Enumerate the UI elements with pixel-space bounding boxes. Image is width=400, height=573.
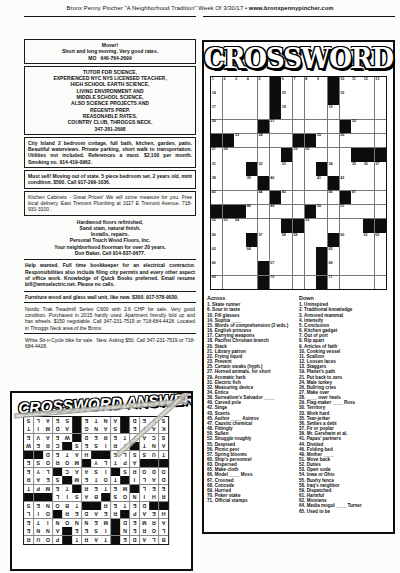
- grid-cell[interactable]: 18: [281, 105, 292, 119]
- grid-cell[interactable]: 40: [270, 176, 281, 190]
- grid-cell[interactable]: [246, 91, 257, 105]
- answer-cell: S: [24, 502, 33, 510]
- black-cell: [375, 148, 386, 162]
- answer-black-cell: [101, 451, 110, 459]
- grid-cell[interactable]: [270, 233, 281, 247]
- grid-cell[interactable]: [351, 105, 362, 119]
- grid-cell[interactable]: [316, 191, 327, 205]
- answer-cell: L: [101, 460, 110, 468]
- cell-number: 64: [247, 247, 251, 252]
- down-clues: Down 1. Uninspired2. Traditional knowled…: [293, 294, 390, 513]
- grid-cell[interactable]: 30: [305, 148, 316, 162]
- black-cell: [316, 276, 327, 290]
- grid-cell[interactable]: [281, 276, 292, 290]
- grid-cell[interactable]: [270, 134, 281, 148]
- answer-cell: E: [24, 460, 33, 468]
- cell-number: 9: [317, 77, 319, 82]
- grid-cell[interactable]: [305, 105, 316, 119]
- answer-cell: P: [53, 536, 62, 544]
- answer-black-cell: [63, 443, 72, 451]
- grid-cell[interactable]: 32: [258, 162, 269, 176]
- grid-cell[interactable]: [351, 176, 362, 190]
- classified-ad: City Island 2 bedroom cottage, full bath…: [24, 137, 196, 168]
- answer-cell: N: [82, 519, 91, 527]
- grid-cell[interactable]: [340, 276, 351, 290]
- grid-cell[interactable]: [258, 148, 269, 162]
- grid-cell[interactable]: [293, 162, 304, 176]
- grid-cell[interactable]: 1: [211, 77, 222, 91]
- answer-cell: E: [82, 528, 91, 536]
- grid-cell[interactable]: [363, 91, 374, 105]
- black-cell: [293, 219, 304, 233]
- grid-cell[interactable]: 44: [258, 191, 269, 205]
- grid-cell[interactable]: [281, 176, 292, 190]
- classified-ad: White Sit-n-Cycle bike for sale. New. As…: [24, 336, 196, 351]
- grid-cell[interactable]: [316, 219, 327, 233]
- grid-cell[interactable]: [375, 105, 386, 119]
- grid-cell[interactable]: [246, 105, 257, 119]
- answer-black-cell: [63, 536, 72, 544]
- answer-cell: H: [159, 511, 168, 519]
- grid-cell[interactable]: [363, 247, 374, 261]
- answer-cell: T: [72, 536, 81, 544]
- black-cell: [328, 77, 339, 91]
- grid-cell[interactable]: [281, 134, 292, 148]
- grid-cell[interactable]: [363, 134, 374, 148]
- grid-cell[interactable]: 49: [270, 205, 281, 219]
- grid-cell[interactable]: 3: [234, 77, 245, 91]
- cell-number: 23: [235, 133, 239, 138]
- grid-cell[interactable]: 9: [316, 77, 327, 91]
- grid-cell[interactable]: 57: [258, 233, 269, 247]
- grid-cell[interactable]: [293, 205, 304, 219]
- cell-number: 59: [294, 233, 298, 238]
- grid-cell[interactable]: [351, 261, 362, 275]
- grid-cell[interactable]: [375, 91, 386, 105]
- grid-cell[interactable]: [246, 276, 257, 290]
- grid-cell[interactable]: [246, 148, 257, 162]
- grid-cell[interactable]: [223, 120, 234, 134]
- answer-cell: M: [43, 485, 52, 493]
- grid-cell[interactable]: 24: [258, 134, 269, 148]
- grid-cell[interactable]: 12: [363, 77, 374, 91]
- answer-cell: L: [149, 536, 158, 544]
- grid-cell[interactable]: [293, 276, 304, 290]
- answer-cell: L: [34, 417, 43, 425]
- grid-cell[interactable]: [351, 134, 362, 148]
- grid-cell[interactable]: [375, 247, 386, 261]
- cell-number: 4: [247, 77, 249, 82]
- grid-cell[interactable]: [340, 148, 351, 162]
- grid-cell[interactable]: 16: [340, 91, 351, 105]
- grid-cell[interactable]: 67: [270, 261, 281, 275]
- grid-cell[interactable]: 66: [211, 261, 222, 275]
- grid-cell[interactable]: [246, 261, 257, 275]
- grid-cell[interactable]: [328, 219, 339, 233]
- grid-cell[interactable]: 46: [328, 191, 339, 205]
- grid-cell[interactable]: [375, 134, 386, 148]
- black-cell: [316, 162, 327, 176]
- grid-cell[interactable]: 25: [316, 134, 327, 148]
- grid-cell[interactable]: 26: [340, 134, 351, 148]
- grid-cell[interactable]: 51: [340, 205, 351, 219]
- cell-number: 15: [282, 91, 286, 96]
- grid-cell[interactable]: 50: [316, 205, 327, 219]
- grid-cell[interactable]: 35: [351, 162, 362, 176]
- grid-cell[interactable]: [293, 261, 304, 275]
- grid-cell[interactable]: [305, 247, 316, 261]
- black-cell: [258, 120, 269, 134]
- grid-cell[interactable]: [375, 261, 386, 275]
- grid-cell[interactable]: [340, 247, 351, 261]
- grid-cell[interactable]: [363, 261, 374, 275]
- grid-cell[interactable]: 2: [223, 77, 234, 91]
- answer-black-cell: [63, 477, 72, 485]
- cell-number: 2: [223, 77, 225, 82]
- grid-cell[interactable]: [351, 233, 362, 247]
- grid-cell[interactable]: [246, 219, 257, 233]
- answer-cell: C: [53, 443, 62, 451]
- grid-cell[interactable]: [340, 261, 351, 275]
- grid-cell[interactable]: 65: [328, 247, 339, 261]
- answer-cell: S: [140, 451, 149, 459]
- grid-cell[interactable]: [363, 120, 374, 134]
- grid-cell[interactable]: 64: [246, 247, 257, 261]
- grid-cell[interactable]: 13: [375, 77, 386, 91]
- grid-cell[interactable]: [305, 176, 316, 190]
- grid-cell[interactable]: [246, 191, 257, 205]
- answer-cell: E: [91, 519, 100, 527]
- grid-cell[interactable]: 62: [375, 233, 386, 247]
- classified-ad: Furniture wood and glass wall unit, like…: [24, 291, 196, 303]
- grid-cell[interactable]: [316, 148, 327, 162]
- grid-cell[interactable]: 48: [246, 205, 257, 219]
- grid-cell[interactable]: [281, 247, 292, 261]
- answer-black-cell: [72, 485, 81, 493]
- answer-cell: E: [34, 502, 43, 510]
- grid-cell[interactable]: 33: [281, 162, 292, 176]
- answer-cell: R: [140, 528, 149, 536]
- grid-cell[interactable]: [258, 247, 269, 261]
- grid-cell[interactable]: [234, 162, 245, 176]
- answer-black-cell: [24, 451, 33, 459]
- cell-number: 66: [212, 261, 216, 266]
- grid-cell[interactable]: [363, 276, 374, 290]
- grid-cell[interactable]: 47: [351, 191, 362, 205]
- cell-number: 67: [270, 261, 274, 266]
- grid-cell[interactable]: [223, 191, 234, 205]
- answer-cell: L: [43, 468, 52, 476]
- grid-cell[interactable]: [258, 219, 269, 233]
- answer-cell: R: [24, 536, 33, 544]
- grid-cell[interactable]: [270, 148, 281, 162]
- grid-cell[interactable]: [351, 219, 362, 233]
- answer-black-cell: [120, 511, 129, 519]
- grid-cell[interactable]: 21: [270, 120, 281, 134]
- grid-cell[interactable]: [375, 120, 386, 134]
- answer-cell: A: [159, 443, 168, 451]
- grid-cell[interactable]: 68: [328, 261, 339, 275]
- answer-black-cell: [82, 502, 91, 510]
- answer-cell: E: [149, 485, 158, 493]
- answer-cell: L: [140, 485, 149, 493]
- crossword-answers-section: CROSSWORD ANSWERS BLADETARTPOURLORENISEE…: [10, 391, 193, 571]
- answer-cell: O: [63, 519, 72, 527]
- grid-cell[interactable]: 15: [281, 91, 292, 105]
- grid-cell[interactable]: 60: [340, 233, 351, 247]
- grid-cell[interactable]: 42: [340, 176, 351, 190]
- grid-cell[interactable]: [293, 191, 304, 205]
- grid-cell[interactable]: 45: [281, 191, 292, 205]
- grid-cell[interactable]: [305, 120, 316, 134]
- grid-cell[interactable]: 43: [211, 191, 222, 205]
- crossword-title: CROSSWORD: [204, 43, 393, 75]
- classified-ad: Mover!Short and long moving. Very good r…: [24, 39, 196, 64]
- answer-cell: E: [149, 511, 158, 519]
- answer-black-cell: [72, 434, 81, 442]
- grid-cell[interactable]: [351, 247, 362, 261]
- grid-cell[interactable]: [363, 205, 374, 219]
- grid-cell[interactable]: [316, 233, 327, 247]
- cell-number: 10: [340, 77, 344, 82]
- cell-number: 38: [212, 176, 216, 181]
- grid-cell[interactable]: [305, 162, 316, 176]
- grid-cell[interactable]: 22: [351, 120, 362, 134]
- answer-cell: P: [130, 511, 139, 519]
- grid-cell[interactable]: [223, 176, 234, 190]
- answer-black-cell: [101, 494, 110, 502]
- grid-cell[interactable]: [293, 176, 304, 190]
- grid-cell[interactable]: 20: [211, 120, 222, 134]
- black-cell: [281, 219, 292, 233]
- answer-cell: E: [82, 417, 91, 425]
- grid-cell[interactable]: [270, 162, 281, 176]
- grid-cell[interactable]: [328, 148, 339, 162]
- black-cell: [316, 261, 327, 275]
- grid-cell[interactable]: 8: [305, 77, 316, 91]
- grid-cell[interactable]: [340, 162, 351, 176]
- answer-cell: M: [72, 477, 81, 485]
- grid-cell[interactable]: 23: [234, 134, 245, 148]
- grid-cell[interactable]: [316, 105, 327, 119]
- grid-cell[interactable]: [293, 120, 304, 134]
- crossword-answers-grid: BLADETARTPOURLORENISEEANNEARMEDMENNONITE…: [23, 416, 169, 545]
- answer-black-cell: [130, 485, 139, 493]
- answer-black-cell: [72, 417, 81, 425]
- grid-cell[interactable]: [375, 191, 386, 205]
- answer-cell: R: [63, 511, 72, 519]
- answer-cell: I: [101, 443, 110, 451]
- answer-cell: A: [140, 536, 149, 544]
- answer-cell: E: [82, 477, 91, 485]
- grid-cell[interactable]: 56: [211, 233, 222, 247]
- answer-cell: N: [120, 528, 129, 536]
- grid-cell[interactable]: [363, 176, 374, 190]
- grid-cell[interactable]: [351, 276, 362, 290]
- black-cell: [375, 219, 386, 233]
- answer-cell: D: [130, 536, 139, 544]
- grid-cell[interactable]: 29: [293, 148, 304, 162]
- grid-cell[interactable]: [293, 247, 304, 261]
- grid-cell[interactable]: [258, 205, 269, 219]
- grid-cell[interactable]: [234, 261, 245, 275]
- cell-number: 1: [212, 77, 214, 82]
- grid-cell[interactable]: 39: [246, 176, 257, 190]
- answer-black-cell: [34, 494, 43, 502]
- answer-cell: B: [91, 494, 100, 502]
- grid-cell[interactable]: [281, 205, 292, 219]
- grid-cell[interactable]: 55: [305, 219, 316, 233]
- grid-cell[interactable]: [270, 219, 281, 233]
- grid-cell[interactable]: 52: [211, 219, 222, 233]
- grid-cell[interactable]: [363, 191, 374, 205]
- grid-cell[interactable]: 31: [211, 162, 222, 176]
- grid-cell[interactable]: [223, 261, 234, 275]
- grid-cell[interactable]: [258, 105, 269, 119]
- grid-cell[interactable]: [328, 134, 339, 148]
- cell-number: 71: [329, 275, 333, 280]
- answer-cell: P: [120, 460, 129, 468]
- grid-cell[interactable]: [328, 205, 339, 219]
- answer-cell: D: [82, 434, 91, 442]
- grid-cell[interactable]: 69: [211, 276, 222, 290]
- answer-cell: E: [120, 536, 129, 544]
- grid-cell[interactable]: 27: [211, 148, 222, 162]
- answer-cell: H: [149, 494, 158, 502]
- grid-cell[interactable]: [305, 233, 316, 247]
- grid-cell[interactable]: [234, 176, 245, 190]
- grid-cell[interactable]: [234, 276, 245, 290]
- grid-cell[interactable]: 14: [211, 91, 222, 105]
- answer-cell: Y: [34, 468, 43, 476]
- grid-cell[interactable]: 59: [293, 233, 304, 247]
- answer-black-cell: [111, 468, 120, 476]
- cell-number: 58: [282, 233, 286, 238]
- grid-cell[interactable]: [223, 105, 234, 119]
- answer-cell: R: [82, 485, 91, 493]
- grid-cell[interactable]: 19: [328, 105, 339, 119]
- grid-cell[interactable]: [234, 105, 245, 119]
- grid-cell[interactable]: 11: [351, 77, 362, 91]
- cell-number: 5: [258, 77, 260, 82]
- grid-cell[interactable]: 6: [281, 77, 292, 91]
- grid-cell[interactable]: 37: [375, 162, 386, 176]
- grid-cell[interactable]: [340, 105, 351, 119]
- answer-cell: I: [101, 528, 110, 536]
- black-cell: [234, 205, 245, 219]
- grid-cell[interactable]: [246, 120, 257, 134]
- grid-cell[interactable]: [246, 134, 257, 148]
- grid-cell[interactable]: 36: [363, 162, 374, 176]
- cell-number: 52: [212, 218, 216, 223]
- grid-cell[interactable]: [234, 191, 245, 205]
- grid-cell[interactable]: 5: [258, 77, 269, 91]
- grid-cell[interactable]: 61: [363, 233, 374, 247]
- cell-number: 70: [270, 275, 274, 280]
- grid-cell[interactable]: 28: [223, 148, 234, 162]
- grid-cell[interactable]: 71: [328, 276, 339, 290]
- answer-cell: D: [120, 519, 129, 527]
- grid-cell[interactable]: [223, 233, 234, 247]
- black-cell: [340, 120, 351, 134]
- grid-cell[interactable]: [234, 148, 245, 162]
- grid-cell[interactable]: [316, 91, 327, 105]
- grid-cell[interactable]: [305, 261, 316, 275]
- grid-cell[interactable]: [223, 247, 234, 261]
- answer-cell: O: [53, 502, 62, 510]
- grid-cell[interactable]: 58: [281, 233, 292, 247]
- cell-number: 12: [364, 77, 368, 82]
- grid-cell[interactable]: [270, 247, 281, 261]
- cell-number: 3: [235, 77, 237, 82]
- grid-cell[interactable]: [316, 120, 327, 134]
- cell-number: 31: [212, 162, 216, 167]
- answer-cell: M: [120, 485, 129, 493]
- grid-cell[interactable]: [234, 233, 245, 247]
- grid-cell[interactable]: [234, 120, 245, 134]
- grid-cell[interactable]: [351, 205, 362, 219]
- cell-number: 51: [340, 204, 344, 209]
- grid-cell[interactable]: [223, 91, 234, 105]
- grid-cell[interactable]: 41: [316, 176, 327, 190]
- grid-cell[interactable]: [340, 219, 351, 233]
- grid-cell[interactable]: [234, 91, 245, 105]
- cell-number: 8: [305, 77, 307, 82]
- answer-cell: E: [111, 485, 120, 493]
- grid-cell[interactable]: [305, 191, 316, 205]
- grid-cell[interactable]: [281, 120, 292, 134]
- grid-cell[interactable]: [293, 91, 304, 105]
- grid-cell[interactable]: 34: [328, 162, 339, 176]
- grid-cell[interactable]: [375, 276, 386, 290]
- grid-cell[interactable]: 4: [246, 77, 257, 91]
- grid-cell[interactable]: 54: [234, 219, 245, 233]
- black-cell: [270, 91, 281, 105]
- grid-cell[interactable]: 7: [293, 77, 304, 91]
- grid-cell[interactable]: [375, 176, 386, 190]
- grid-cell[interactable]: [375, 205, 386, 219]
- answer-cell: E: [130, 519, 139, 527]
- answer-cell: E: [72, 511, 81, 519]
- answer-cell: B: [159, 536, 168, 544]
- grid-cell[interactable]: 53: [223, 219, 234, 233]
- answer-black-cell: [111, 536, 120, 544]
- grid-cell[interactable]: 63: [211, 247, 222, 261]
- grid-cell[interactable]: [234, 247, 245, 261]
- grid-cell[interactable]: [305, 91, 316, 105]
- cell-number: 45: [282, 190, 286, 195]
- answer-cell: S: [72, 443, 81, 451]
- grid-cell[interactable]: [258, 91, 269, 105]
- black-cell: [258, 276, 269, 290]
- answer-cell: E: [72, 528, 81, 536]
- grid-cell[interactable]: [363, 105, 374, 119]
- answer-cell: D: [159, 477, 168, 485]
- grid-cell[interactable]: 38: [211, 176, 222, 190]
- grid-cell[interactable]: 17: [211, 105, 222, 119]
- grid-cell[interactable]: 10: [340, 77, 351, 91]
- answer-cell: M: [140, 519, 149, 527]
- grid-cell[interactable]: [328, 120, 339, 134]
- grid-cell[interactable]: 70: [270, 276, 281, 290]
- grid-cell[interactable]: [351, 91, 362, 105]
- grid-cell[interactable]: [281, 261, 292, 275]
- answer-cell: E: [130, 502, 139, 510]
- grid-cell[interactable]: [223, 276, 234, 290]
- grid-cell[interactable]: [223, 162, 234, 176]
- grid-cell[interactable]: [305, 276, 316, 290]
- grid-cell[interactable]: [293, 105, 304, 119]
